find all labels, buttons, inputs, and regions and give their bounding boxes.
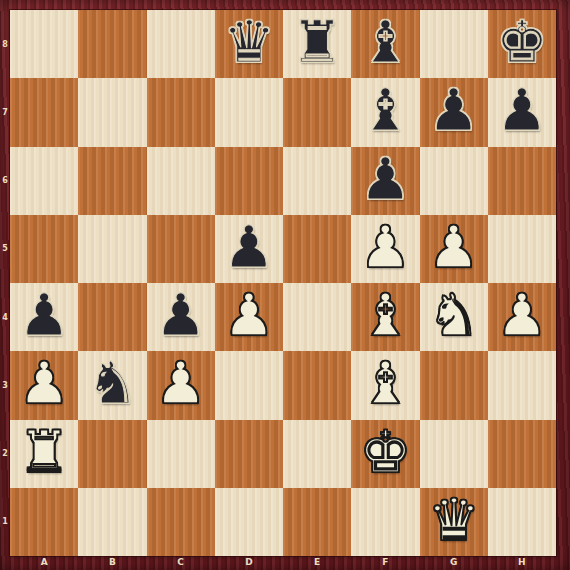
square-e5[interactable] (283, 215, 351, 283)
square-b4[interactable] (78, 283, 146, 351)
square-a4[interactable]: ♟ (10, 283, 78, 351)
square-b3[interactable]: ♞ (78, 351, 146, 419)
square-g6[interactable] (420, 147, 488, 215)
rank-label-8: 8 (0, 10, 10, 78)
square-e7[interactable] (283, 78, 351, 146)
piece-black-pawn[interactable]: ♟ (155, 286, 207, 344)
square-h5[interactable] (488, 215, 556, 283)
piece-black-pawn[interactable]: ♟ (18, 286, 70, 344)
piece-white-pawn[interactable]: ♟ (18, 354, 70, 412)
square-e8[interactable]: ♜ (283, 10, 351, 78)
square-d1[interactable] (215, 488, 283, 556)
file-label-e: E (283, 556, 351, 570)
piece-black-pawn[interactable]: ♟ (496, 81, 548, 139)
square-c1[interactable] (147, 488, 215, 556)
square-b5[interactable] (78, 215, 146, 283)
square-c3[interactable]: ♟ (147, 351, 215, 419)
square-f6[interactable]: ♟ (351, 147, 419, 215)
square-c5[interactable] (147, 215, 215, 283)
square-f1[interactable] (351, 488, 419, 556)
square-a3[interactable]: ♟ (10, 351, 78, 419)
piece-white-pawn[interactable]: ♟ (359, 218, 411, 276)
piece-black-pawn[interactable]: ♟ (359, 150, 411, 208)
square-d7[interactable] (215, 78, 283, 146)
square-e4[interactable] (283, 283, 351, 351)
square-f7[interactable]: ♝ (351, 78, 419, 146)
rank-label-5: 5 (0, 215, 10, 283)
piece-black-bishop[interactable]: ♝ (359, 13, 411, 71)
file-label-h: H (488, 556, 556, 570)
rank-label-4: 4 (0, 283, 10, 351)
square-d4[interactable]: ♟ (215, 283, 283, 351)
square-h6[interactable] (488, 147, 556, 215)
square-g3[interactable] (420, 351, 488, 419)
file-label-g: G (420, 556, 488, 570)
square-e6[interactable] (283, 147, 351, 215)
file-labels: ABCDEFGH (10, 556, 556, 570)
file-label-c: C (147, 556, 215, 570)
file-label-a: A (10, 556, 78, 570)
square-h2[interactable] (488, 420, 556, 488)
piece-white-pawn[interactable]: ♟ (223, 286, 275, 344)
square-a8[interactable] (10, 10, 78, 78)
square-h3[interactable] (488, 351, 556, 419)
piece-black-queen[interactable]: ♛ (223, 13, 275, 71)
file-label-f: F (351, 556, 419, 570)
square-e2[interactable] (283, 420, 351, 488)
piece-white-rook[interactable]: ♜ (18, 423, 70, 481)
rank-label-6: 6 (0, 147, 10, 215)
square-g4[interactable]: ♞ (420, 283, 488, 351)
piece-black-king[interactable]: ♚ (496, 13, 548, 71)
square-a5[interactable] (10, 215, 78, 283)
square-d6[interactable] (215, 147, 283, 215)
square-e3[interactable] (283, 351, 351, 419)
piece-white-pawn[interactable]: ♟ (155, 354, 207, 412)
square-b7[interactable] (78, 78, 146, 146)
square-d8[interactable]: ♛ (215, 10, 283, 78)
square-e1[interactable] (283, 488, 351, 556)
square-c7[interactable] (147, 78, 215, 146)
square-g8[interactable] (420, 10, 488, 78)
square-d3[interactable] (215, 351, 283, 419)
rank-label-1: 1 (0, 488, 10, 556)
square-b6[interactable] (78, 147, 146, 215)
piece-white-knight[interactable]: ♞ (428, 286, 480, 344)
square-c6[interactable] (147, 147, 215, 215)
square-b8[interactable] (78, 10, 146, 78)
piece-black-bishop[interactable]: ♝ (359, 81, 411, 139)
square-c2[interactable] (147, 420, 215, 488)
piece-white-king[interactable]: ♚ (359, 423, 411, 481)
square-f2[interactable]: ♚ (351, 420, 419, 488)
piece-white-pawn[interactable]: ♟ (496, 286, 548, 344)
piece-black-pawn[interactable]: ♟ (223, 218, 275, 276)
square-f5[interactable]: ♟ (351, 215, 419, 283)
piece-black-rook[interactable]: ♜ (291, 13, 343, 71)
square-f4[interactable]: ♝ (351, 283, 419, 351)
square-c4[interactable]: ♟ (147, 283, 215, 351)
chessboard: ♛♜♝♚♝♟♟♟♟♟♟♟♟♟♝♞♟♟♞♟♝♜♚♛ (10, 10, 556, 556)
piece-black-knight[interactable]: ♞ (86, 354, 138, 412)
square-a1[interactable] (10, 488, 78, 556)
piece-white-bishop[interactable]: ♝ (359, 354, 411, 412)
square-h1[interactable] (488, 488, 556, 556)
square-g5[interactable]: ♟ (420, 215, 488, 283)
square-c8[interactable] (147, 10, 215, 78)
square-a7[interactable] (10, 78, 78, 146)
square-f8[interactable]: ♝ (351, 10, 419, 78)
square-h8[interactable]: ♚ (488, 10, 556, 78)
square-b2[interactable] (78, 420, 146, 488)
square-h4[interactable]: ♟ (488, 283, 556, 351)
square-d5[interactable]: ♟ (215, 215, 283, 283)
chessboard-frame: 87654321 ♛♜♝♚♝♟♟♟♟♟♟♟♟♟♝♞♟♟♞♟♝♜♚♛ ABCDEF… (0, 0, 570, 570)
square-g1[interactable]: ♛ (420, 488, 488, 556)
rank-label-2: 2 (0, 420, 10, 488)
piece-white-queen[interactable]: ♛ (428, 491, 480, 549)
square-d2[interactable] (215, 420, 283, 488)
piece-black-pawn[interactable]: ♟ (428, 81, 480, 139)
file-label-d: D (215, 556, 283, 570)
piece-white-bishop[interactable]: ♝ (359, 286, 411, 344)
rank-label-7: 7 (0, 78, 10, 146)
square-g2[interactable] (420, 420, 488, 488)
square-g7[interactable]: ♟ (420, 78, 488, 146)
square-a2[interactable]: ♜ (10, 420, 78, 488)
square-f3[interactable]: ♝ (351, 351, 419, 419)
square-h7[interactable]: ♟ (488, 78, 556, 146)
rank-labels: 87654321 (0, 10, 10, 556)
file-label-b: B (78, 556, 146, 570)
square-a6[interactable] (10, 147, 78, 215)
piece-white-pawn[interactable]: ♟ (428, 218, 480, 276)
rank-label-3: 3 (0, 351, 10, 419)
square-b1[interactable] (78, 488, 146, 556)
